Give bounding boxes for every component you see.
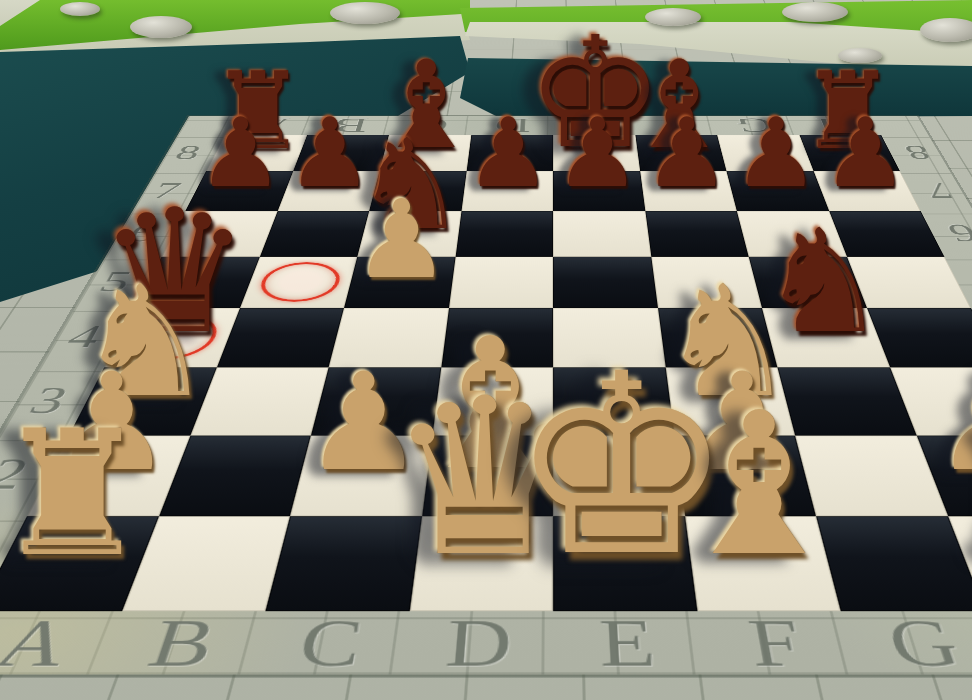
file-label-near-G: G — [879, 605, 970, 683]
black-pawn-g7[interactable]: ♟ — [733, 106, 819, 202]
black-pawn-e7[interactable]: ♟ — [555, 106, 641, 202]
rank-label-right-7: 7 — [920, 178, 958, 203]
garden-stone — [130, 16, 192, 38]
square-f6[interactable] — [645, 211, 749, 256]
white-bishop-f1[interactable]: ♝ — [671, 388, 848, 585]
garden-stone — [920, 18, 972, 42]
file-label-near-F: F — [743, 605, 809, 683]
rank-label-right-5: 5 — [968, 266, 972, 298]
rank-label-right-6: 6 — [943, 219, 972, 247]
garden-stone — [60, 2, 100, 16]
file-label-near-E: E — [598, 605, 658, 683]
black-pawn-d7[interactable]: ♟ — [466, 106, 552, 202]
square-e6[interactable] — [553, 211, 651, 256]
black-pawn-h7[interactable]: ♟ — [822, 106, 908, 202]
garden-stone — [330, 2, 400, 24]
file-label-near-C: C — [292, 605, 368, 683]
garden-stone — [782, 2, 848, 22]
white-rook-h1[interactable]: ♜ — [956, 409, 972, 583]
square-d6[interactable] — [455, 211, 553, 256]
file-label-near-A: A — [0, 605, 84, 683]
file-label-near-D: D — [443, 605, 514, 683]
chess-game-scene: AABBCCDDEEFFGGHH1122334455667788 ♜♝♚♝♜♟♟… — [0, 0, 972, 700]
black-pawn-f7[interactable]: ♟ — [644, 106, 730, 202]
file-label-near-B: B — [139, 605, 225, 683]
white-rook-a1[interactable]: ♜ — [0, 409, 150, 583]
white-pawn-c5[interactable]: ♟ — [353, 186, 450, 294]
